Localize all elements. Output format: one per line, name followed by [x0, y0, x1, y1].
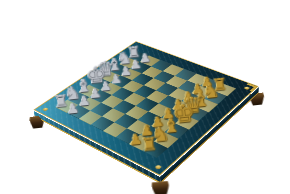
chess-set-photo: ♜♟♟♜♞♟♟♞♝♟♟♝♛♟♟♛♚♟♟♚♝♟♟♝♞♟♟♞♜♟♟♜ — [0, 0, 290, 194]
chess-board: ♜♟♟♜♞♟♟♞♝♟♟♝♛♟♟♛♚♟♟♚♝♟♟♝♞♟♟♞♜♟♟♜ — [33, 41, 258, 175]
corner-screw-near — [154, 164, 162, 170]
corner-screw-left — [42, 107, 49, 111]
camera-roll-wrapper: ♜♟♟♜♞♟♟♞♝♟♟♝♛♟♟♛♚♟♟♚♝♟♟♝♞♟♟♞♜♟♟♜ — [0, 0, 290, 194]
board-foot-near — [151, 180, 170, 194]
square-h7: ♟ — [129, 135, 154, 151]
piece-silver-rook: ♜ — [53, 93, 71, 111]
square-h1: ♜ — [56, 100, 79, 113]
piece-gold-pawn: ♟ — [179, 89, 197, 104]
